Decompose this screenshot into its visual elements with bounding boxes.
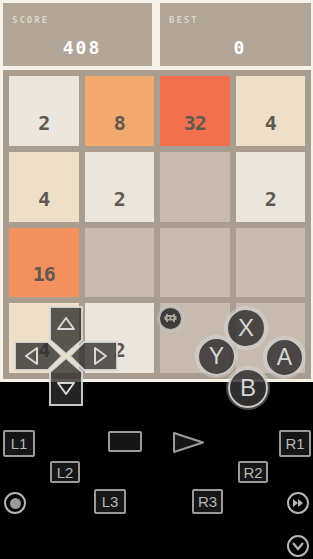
dpad-down-button[interactable] — [50, 358, 82, 405]
score-value: 408 — [12, 37, 152, 58]
best-box: BEST 0 — [160, 3, 311, 66]
l3-button[interactable]: L3 — [94, 489, 126, 514]
board-cell-r1c3: 32 — [160, 76, 230, 146]
double-arrow-icon — [292, 498, 304, 508]
r3-button[interactable]: R3 — [192, 489, 223, 514]
board-cell-r3c2 — [85, 228, 155, 298]
l2-button[interactable]: L2 — [50, 461, 80, 483]
dpad-right-button[interactable] — [70, 342, 117, 370]
dpad-left-button[interactable] — [15, 342, 62, 370]
dot-circle-icon — [10, 498, 21, 509]
controller-bar: L1 R1 L2 R2 L3 R3 — [0, 382, 313, 559]
start-button[interactable] — [172, 431, 206, 454]
best-value: 0 — [169, 37, 311, 58]
select-button[interactable] — [108, 431, 142, 452]
dpad-up-button[interactable] — [50, 307, 82, 354]
dpad — [14, 306, 118, 406]
board-cell-r2c3 — [160, 152, 230, 222]
l1-button[interactable]: L1 — [3, 430, 35, 457]
collapse-overlay-button[interactable] — [287, 535, 309, 557]
board-cell-r1c4: 4 — [236, 76, 306, 146]
board-cell-r2c2: 2 — [85, 152, 155, 222]
dot-circle-button[interactable] — [4, 492, 26, 514]
best-label: BEST — [169, 15, 311, 25]
fast-forward-button[interactable] — [287, 492, 309, 514]
emulator-screen: SCORE 408 BEST 0 2 8 32 4 4 2 2 16 4 2 L… — [0, 0, 313, 559]
board-cell-r2c1: 4 — [9, 152, 79, 222]
chevron-down-icon — [291, 541, 305, 551]
board-cell-r1c1: 2 — [9, 76, 79, 146]
a-button[interactable]: A — [265, 338, 304, 377]
board-cell-r1c2: 8 — [85, 76, 155, 146]
board-cell-r3c1: 16 — [9, 228, 79, 298]
board-cell-r2c4: 2 — [236, 152, 306, 222]
r1-button[interactable]: R1 — [279, 430, 311, 457]
y-button[interactable]: Y — [197, 337, 236, 376]
score-label: SCORE — [12, 15, 152, 25]
menu-button[interactable] — [158, 306, 183, 331]
invader-icon — [163, 313, 178, 324]
score-box: SCORE 408 — [3, 3, 152, 66]
board-cell-r3c4 — [236, 228, 306, 298]
b-button[interactable]: B — [228, 368, 268, 408]
play-triangle-icon — [174, 433, 203, 452]
r2-button[interactable]: R2 — [238, 461, 268, 483]
x-button[interactable]: X — [226, 308, 266, 348]
board-cell-r3c3 — [160, 228, 230, 298]
